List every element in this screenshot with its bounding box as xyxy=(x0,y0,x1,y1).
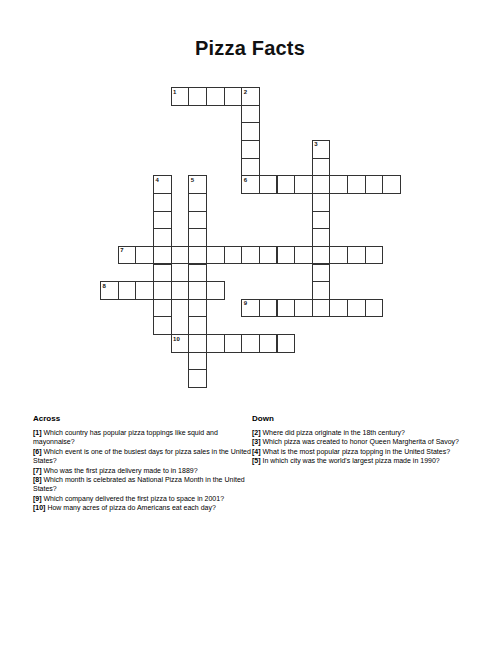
grid-cell[interactable] xyxy=(188,281,207,300)
grid-cell[interactable] xyxy=(329,246,348,265)
grid-cell[interactable] xyxy=(188,352,207,371)
grid-cell[interactable] xyxy=(188,264,207,283)
clue-number: 4 xyxy=(155,177,158,184)
grid-cell[interactable]: 10 xyxy=(171,334,190,353)
grid-cell[interactable] xyxy=(312,158,331,177)
grid-cell[interactable] xyxy=(312,281,331,300)
clue-number: 6 xyxy=(244,177,247,184)
crossword-board: 12345678910 xyxy=(100,87,402,389)
grid-cell[interactable] xyxy=(382,175,401,194)
grid-cell[interactable] xyxy=(259,334,278,353)
grid-cell[interactable] xyxy=(347,246,366,265)
clue-item: [2] Where did pizza originate in the 18t… xyxy=(252,428,470,437)
page-title: Pizza Facts xyxy=(0,37,500,60)
grid-cell[interactable] xyxy=(312,211,331,230)
grid-cell[interactable] xyxy=(241,140,260,159)
grid-cell[interactable] xyxy=(312,264,331,283)
grid-cell[interactable]: 8 xyxy=(100,281,119,300)
grid-cell[interactable] xyxy=(188,246,207,265)
clue-number: 3 xyxy=(314,141,317,148)
grid-cell[interactable] xyxy=(153,264,172,283)
grid-cell[interactable] xyxy=(365,299,384,318)
grid-cell[interactable] xyxy=(188,299,207,318)
grid-cell[interactable] xyxy=(294,246,313,265)
clue-item: [7] Who was the first pizza delivery mad… xyxy=(33,466,251,475)
crossword-page: Pizza Facts 12345678910 Across [1] Which… xyxy=(0,0,500,647)
across-header: Across xyxy=(33,414,251,423)
grid-cell[interactable] xyxy=(312,175,331,194)
grid-cell[interactable] xyxy=(277,334,296,353)
grid-cell[interactable]: 6 xyxy=(241,175,260,194)
grid-cell[interactable]: 2 xyxy=(241,87,260,106)
grid-cell[interactable] xyxy=(241,246,260,265)
grid-cell[interactable] xyxy=(206,246,225,265)
across-clues-column: Across [1] Which country has popular piz… xyxy=(33,414,251,513)
grid-cell[interactable] xyxy=(259,299,278,318)
grid-cell[interactable]: 3 xyxy=(312,140,331,159)
grid-cell[interactable] xyxy=(188,211,207,230)
grid-cell[interactable] xyxy=(347,299,366,318)
grid-cell[interactable] xyxy=(312,228,331,247)
grid-cell[interactable] xyxy=(153,316,172,335)
grid-cell[interactable] xyxy=(188,193,207,212)
grid-cell[interactable] xyxy=(206,334,225,353)
grid-cell[interactable] xyxy=(153,228,172,247)
grid-cell[interactable] xyxy=(188,228,207,247)
grid-cell[interactable] xyxy=(135,281,154,300)
grid-cell[interactable] xyxy=(188,87,207,106)
grid-cell[interactable] xyxy=(277,246,296,265)
grid-cell[interactable] xyxy=(153,281,172,300)
grid-cell[interactable] xyxy=(171,246,190,265)
clue-number: 5 xyxy=(191,177,194,184)
grid-cell[interactable] xyxy=(347,175,366,194)
grid-cell[interactable] xyxy=(365,246,384,265)
down-header: Down xyxy=(252,414,470,423)
grid-cell[interactable] xyxy=(241,105,260,124)
grid-cell[interactable] xyxy=(224,246,243,265)
grid-cell[interactable] xyxy=(312,299,331,318)
clue-number: 10 xyxy=(173,336,180,343)
grid-cell[interactable] xyxy=(224,334,243,353)
grid-cell[interactable] xyxy=(171,281,190,300)
clue-item: [10] How many acres of pizza do American… xyxy=(33,503,251,512)
grid-cell[interactable] xyxy=(329,299,348,318)
grid-cell[interactable] xyxy=(135,246,154,265)
grid-cell[interactable] xyxy=(294,175,313,194)
down-clues-column: Down [2] Where did pizza originate in th… xyxy=(252,414,470,466)
grid-cell[interactable] xyxy=(118,281,137,300)
clue-number: 7 xyxy=(120,247,123,254)
grid-cell[interactable] xyxy=(241,158,260,177)
clue-item: [4] What is the most popular pizza toppi… xyxy=(252,447,470,456)
grid-cell[interactable] xyxy=(365,175,384,194)
clue-item: [8] Which month is celebrated as Nationa… xyxy=(33,475,251,494)
grid-cell[interactable]: 4 xyxy=(153,175,172,194)
clue-number: 1 xyxy=(173,89,176,96)
grid-cell[interactable]: 5 xyxy=(188,175,207,194)
grid-cell[interactable] xyxy=(153,211,172,230)
grid-cell[interactable] xyxy=(153,246,172,265)
grid-cell[interactable]: 1 xyxy=(171,87,190,106)
grid-cell[interactable] xyxy=(241,334,260,353)
grid-cell[interactable] xyxy=(206,87,225,106)
grid-cell[interactable] xyxy=(312,193,331,212)
clue-number: 9 xyxy=(244,300,247,307)
grid-cell[interactable] xyxy=(277,175,296,194)
grid-cell[interactable] xyxy=(294,299,313,318)
clue-item: [9] Which company delivered the first pi… xyxy=(33,494,251,503)
grid-cell[interactable]: 7 xyxy=(118,246,137,265)
grid-cell[interactable] xyxy=(259,246,278,265)
grid-cell[interactable] xyxy=(277,299,296,318)
grid-cell[interactable] xyxy=(329,175,348,194)
grid-cell[interactable] xyxy=(153,193,172,212)
grid-cell[interactable] xyxy=(224,87,243,106)
grid-cell[interactable] xyxy=(153,299,172,318)
clue-item: [6] Which event is one of the busiest da… xyxy=(33,447,251,466)
clue-item: [3] Which pizza was created to honor Que… xyxy=(252,437,470,446)
grid-cell[interactable] xyxy=(188,334,207,353)
grid-cell[interactable] xyxy=(241,122,260,141)
grid-cell[interactable] xyxy=(188,369,207,388)
clue-item: [1] Which country has popular pizza topp… xyxy=(33,428,251,447)
clue-number: 2 xyxy=(244,89,247,96)
across-clue-list: [1] Which country has popular pizza topp… xyxy=(33,428,251,513)
grid-cell[interactable] xyxy=(312,246,331,265)
grid-cell[interactable] xyxy=(259,175,278,194)
clue-number: 8 xyxy=(103,283,106,290)
grid-cell[interactable] xyxy=(206,281,225,300)
clue-item: [5] In which city was the world's larges… xyxy=(252,456,470,465)
down-clue-list: [2] Where did pizza originate in the 18t… xyxy=(252,428,470,466)
grid-cell[interactable]: 9 xyxy=(241,299,260,318)
grid-cell[interactable] xyxy=(188,316,207,335)
